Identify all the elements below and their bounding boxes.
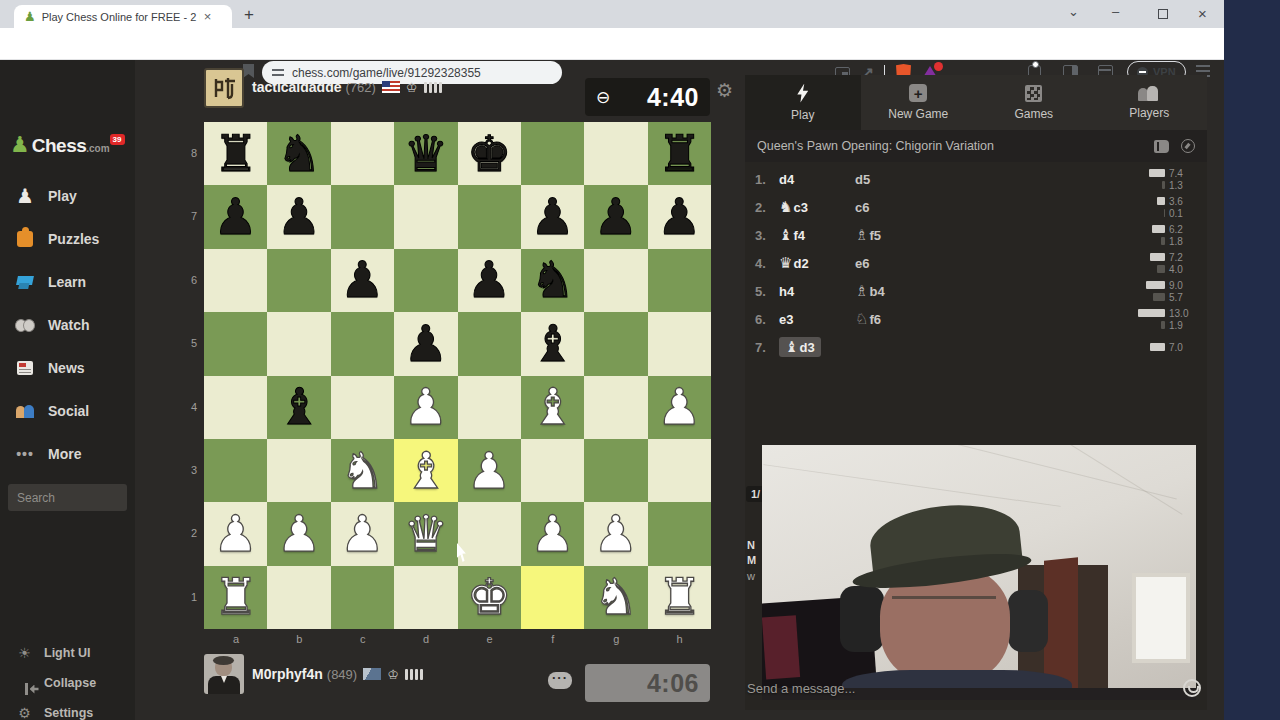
black-pawn[interactable]: ♟ <box>594 192 639 242</box>
watch-icon <box>14 314 36 336</box>
sidebar-item-puzzles[interactable]: Puzzles <box>0 219 135 259</box>
opening-row: Queen's Pawn Opening: Chigorin Variation <box>745 130 1207 162</box>
opponent-info: tacticaldadde (762) ♔ <box>252 79 442 95</box>
square-b8[interactable]: ♞ <box>267 122 330 185</box>
white-bishop[interactable]: ♝ <box>403 446 448 496</box>
square-b6[interactable] <box>267 249 330 312</box>
url-text: chess.com/game/live/91292328355 <box>292 66 481 80</box>
browser-toolbar: ↻ ⌂ chess.com/game/live/91292328355 ↗ VP… <box>0 28 1224 60</box>
screen: ♟ Play Chess Online for FREE - 2 Pl × + … <box>0 0 1280 720</box>
square-e2[interactable] <box>458 502 521 565</box>
square-f4[interactable]: ♝ <box>521 376 584 439</box>
square-c8[interactable] <box>331 122 394 185</box>
black-pawn[interactable]: ♟ <box>277 192 322 242</box>
file-label-d: d <box>420 633 432 645</box>
sidebar-item-watch[interactable]: Watch <box>0 305 135 345</box>
square-e1[interactable]: ♚ <box>458 566 521 629</box>
white-bishop[interactable]: ♝ <box>530 382 575 432</box>
square-d7[interactable] <box>394 185 457 248</box>
morphy-portrait-icon <box>204 654 244 694</box>
membership-crown-icon: ♔ <box>387 667 399 682</box>
black-move[interactable]: ♘f6 <box>855 310 931 328</box>
black-pawn[interactable]: ♟ <box>213 192 258 242</box>
square-g3[interactable] <box>584 439 647 502</box>
rank-label-1: 1 <box>188 591 200 603</box>
white-move[interactable]: ♞c3 <box>779 198 855 216</box>
white-pawn[interactable]: ♟ <box>340 509 385 559</box>
sidebar: ♟ Chess .com 39 ♟PlayPuzzlesLearnWatchNe… <box>0 60 135 720</box>
white-move[interactable]: d4 <box>779 172 855 187</box>
square-c1[interactable] <box>331 566 394 629</box>
black-rook[interactable]: ♜ <box>657 129 702 179</box>
black-move[interactable]: d5 <box>855 172 931 187</box>
player-clock-time: 4:06 <box>647 669 699 698</box>
chat-message-input[interactable]: Send a message... <box>747 681 855 696</box>
opening-name: Queen's Pawn Opening: Chigorin Variation <box>757 139 1154 153</box>
square-f2[interactable]: ♟ <box>521 502 584 565</box>
file-label-e: e <box>484 633 496 645</box>
black-move[interactable]: c6 <box>855 200 931 215</box>
white-pawn[interactable]: ♟ <box>657 382 702 432</box>
move-row: 4.♛d2e67.24.0 <box>745 249 1207 277</box>
rank-label-4: 4 <box>188 401 200 413</box>
square-g5[interactable] <box>584 312 647 375</box>
black-pawn[interactable]: ♟ <box>657 192 702 242</box>
rank-label-2: 2 <box>188 527 200 539</box>
square-d5[interactable]: ♟ <box>394 312 457 375</box>
site-settings-icon[interactable] <box>272 68 284 78</box>
rank-label-3: 3 <box>188 464 200 476</box>
logo-text: Chess <box>32 135 87 157</box>
square-c3[interactable]: ♞ <box>331 439 394 502</box>
square-c5[interactable] <box>331 312 394 375</box>
more-icon: ••• <box>14 443 36 465</box>
black-queen[interactable]: ♛ <box>403 129 448 179</box>
square-c6[interactable]: ♟ <box>331 249 394 312</box>
sidebar-item-learn[interactable]: Learn <box>0 262 135 302</box>
tab-games[interactable]: Games <box>976 75 1092 130</box>
square-h4[interactable]: ♟ <box>648 376 711 439</box>
square-b4[interactable]: ♝ <box>267 376 330 439</box>
move-row: 3.♝f4♗f56.21.8 <box>745 221 1207 249</box>
white-move[interactable]: ♝d3 <box>779 337 855 357</box>
white-king[interactable]: ♚ <box>467 572 512 622</box>
search-input[interactable] <box>8 484 127 511</box>
opponent-rating: (762) <box>345 80 375 95</box>
square-h5[interactable] <box>648 312 711 375</box>
black-bishop[interactable]: ♝ <box>530 319 575 369</box>
square-a4[interactable] <box>204 376 267 439</box>
footer-item-light-ui[interactable]: ☀Light UI <box>0 638 135 668</box>
clock-timer-icon: ⊖ <box>596 87 610 108</box>
window-minimize-button[interactable]: – <box>1112 4 1119 19</box>
black-knight[interactable]: ♞ <box>530 255 575 305</box>
opponent-clock-time: 4:40 <box>647 83 699 112</box>
move-row: 7.♝d37.0 <box>745 333 1207 361</box>
rank-label-6: 6 <box>188 274 200 286</box>
player-flag-icon <box>363 668 381 680</box>
square-d1[interactable] <box>394 566 457 629</box>
window-restore-button[interactable] <box>1158 9 1168 19</box>
chat-fragment: N <box>747 539 755 551</box>
connection-bars-icon <box>405 669 423 680</box>
square-e7[interactable] <box>458 185 521 248</box>
square-a6[interactable] <box>204 249 267 312</box>
move-number: 5. <box>755 284 779 299</box>
square-c2[interactable]: ♟ <box>331 502 394 565</box>
white-rook[interactable]: ♜ <box>657 572 702 622</box>
square-h2[interactable] <box>648 502 711 565</box>
puzzles-icon <box>14 228 36 250</box>
white-pawn[interactable]: ♟ <box>213 509 258 559</box>
player-avatar[interactable] <box>204 654 244 694</box>
move-number: 7. <box>755 340 779 355</box>
windows-taskbar: < 10:34 AM 10/17/2023 <box>1224 0 1280 720</box>
square-a8[interactable]: ♜ <box>204 122 267 185</box>
plus-icon: + <box>909 84 927 102</box>
us-flag-icon <box>382 81 400 93</box>
move-number: 6. <box>755 312 779 327</box>
black-bishop[interactable]: ♝ <box>277 382 322 432</box>
black-rook[interactable]: ♜ <box>213 129 258 179</box>
sidebar-item-more[interactable]: •••More <box>0 434 135 474</box>
opponent-avatar[interactable] <box>204 68 244 108</box>
white-pawn[interactable]: ♟ <box>403 382 448 432</box>
square-f5[interactable]: ♝ <box>521 312 584 375</box>
player-info: M0rphyf4n (849) ♔ <box>252 666 423 682</box>
move-times: 6.21.8 <box>1152 224 1193 247</box>
white-pawn[interactable]: ♟ <box>277 509 322 559</box>
new-tab-button[interactable]: + <box>244 5 254 25</box>
players-icon <box>1138 85 1160 101</box>
player-clock: 4:06 <box>585 664 710 702</box>
move-number: 1. <box>755 172 779 187</box>
square-f7[interactable]: ♟ <box>521 185 584 248</box>
square-h6[interactable] <box>648 249 711 312</box>
black-king[interactable]: ♚ <box>467 129 512 179</box>
play-icon: ♟ <box>14 185 36 207</box>
webcam-video <box>762 445 1196 700</box>
square-g7[interactable]: ♟ <box>584 185 647 248</box>
black-pawn[interactable]: ♟ <box>467 255 512 305</box>
move-row: 1.d4d57.41.3 <box>745 165 1207 193</box>
square-g8[interactable] <box>584 122 647 185</box>
board-grid-icon <box>1025 85 1042 102</box>
opponent-name[interactable]: tacticaldadde <box>252 79 341 95</box>
square-a7[interactable]: ♟ <box>204 185 267 248</box>
file-label-f: f <box>547 633 559 645</box>
square-b5[interactable] <box>267 312 330 375</box>
chesscom-favicon-pawn-icon: ♟ <box>24 9 36 24</box>
move-number: 4. <box>755 256 779 271</box>
rank-label-5: 5 <box>188 337 200 349</box>
square-e5[interactable] <box>458 312 521 375</box>
square-d6[interactable] <box>394 249 457 312</box>
headphone-left <box>840 586 884 652</box>
square-g1[interactable]: ♞ <box>584 566 647 629</box>
black-pawn[interactable]: ♟ <box>530 192 575 242</box>
move-row: 2.♞c3c63.60.1 <box>745 193 1207 221</box>
square-g4[interactable] <box>584 376 647 439</box>
board-settings-gear-icon[interactable]: ⚙ <box>716 79 733 102</box>
move-row: 6.e3♘f613.01.9 <box>745 305 1207 333</box>
file-label-h: h <box>674 633 686 645</box>
square-h8[interactable]: ♜ <box>648 122 711 185</box>
chesscom-logo[interactable]: ♟ Chess .com 39 <box>10 132 125 158</box>
tab-new-game[interactable]: + New Game <box>861 75 977 130</box>
headphone-right <box>1008 590 1048 652</box>
white-move[interactable]: e3 <box>779 312 855 327</box>
opening-book-icon[interactable] <box>1154 140 1169 153</box>
connection-bars-icon <box>424 82 442 93</box>
square-h3[interactable] <box>648 439 711 502</box>
white-rook[interactable]: ♜ <box>213 572 258 622</box>
move-row: 5.h4♗b49.05.7 <box>745 277 1207 305</box>
square-a5[interactable] <box>204 312 267 375</box>
sidebar-item-news[interactable]: News <box>0 348 135 388</box>
file-label-g: g <box>610 633 622 645</box>
emoji-smiley-icon[interactable] <box>1183 679 1201 697</box>
white-move[interactable]: ♛d2 <box>779 254 855 272</box>
square-f8[interactable] <box>521 122 584 185</box>
move-times: 3.60.1 <box>1157 196 1193 219</box>
square-e8[interactable]: ♚ <box>458 122 521 185</box>
white-pawn[interactable]: ♟ <box>467 446 512 496</box>
tab-players[interactable]: Players <box>1092 75 1208 130</box>
black-pawn[interactable]: ♟ <box>340 255 385 305</box>
window-close-button[interactable]: × <box>1198 5 1207 22</box>
bookmark-icon[interactable] <box>243 64 254 78</box>
file-label-b: b <box>293 633 305 645</box>
square-h7[interactable]: ♟ <box>648 185 711 248</box>
tab-play[interactable]: Play <box>745 75 861 130</box>
social-icon <box>14 400 36 422</box>
white-move[interactable]: ♝f4 <box>779 226 855 244</box>
black-knight[interactable]: ♞ <box>277 129 322 179</box>
light-ui-icon: ☀ <box>16 645 33 661</box>
square-g6[interactable] <box>584 249 647 312</box>
square-b2[interactable]: ♟ <box>267 502 330 565</box>
move-times: 7.24.0 <box>1150 252 1193 275</box>
xiangqi-piece-avatar-icon <box>206 70 242 106</box>
player-name[interactable]: M0rphyf4n <box>252 666 323 682</box>
window <box>1132 573 1190 663</box>
square-b1[interactable] <box>267 566 330 629</box>
tab-close-icon[interactable]: × <box>204 9 212 24</box>
membership-crown-icon: ♔ <box>406 80 418 95</box>
square-a1[interactable]: ♜ <box>204 566 267 629</box>
square-d2[interactable]: ♛ <box>394 502 457 565</box>
move-times: 9.05.7 <box>1146 280 1193 303</box>
footer-item-settings[interactable]: ⚙Settings <box>0 698 135 720</box>
move-list: 1.d4d57.41.32.♞c3c63.60.13.♝f4♗f56.21.84… <box>745 165 1207 361</box>
footer-item-collapse[interactable]: Collapse <box>0 668 135 698</box>
lightning-icon <box>796 84 809 103</box>
learn-icon <box>14 271 36 293</box>
move-times: 13.01.9 <box>1138 308 1193 331</box>
notification-badge: 39 <box>110 134 125 145</box>
white-queen[interactable]: ♛ <box>403 509 448 559</box>
square-h1[interactable]: ♜ <box>648 566 711 629</box>
square-e6[interactable]: ♟ <box>458 249 521 312</box>
square-a3[interactable] <box>204 439 267 502</box>
file-label-c: c <box>357 633 369 645</box>
rank-label-7: 7 <box>188 210 200 222</box>
settings-icon: ⚙ <box>16 705 33 720</box>
person <box>822 500 1062 700</box>
tab-title: Play Chess Online for FREE - 2 Pl <box>42 11 200 23</box>
square-d8[interactable]: ♛ <box>394 122 457 185</box>
explorer-compass-icon[interactable] <box>1181 139 1195 153</box>
square-a2[interactable]: ♟ <box>204 502 267 565</box>
white-move[interactable]: h4 <box>779 284 855 299</box>
white-pawn[interactable]: ♟ <box>530 509 575 559</box>
square-b3[interactable] <box>267 439 330 502</box>
white-knight[interactable]: ♞ <box>340 446 385 496</box>
move-number: 3. <box>755 228 779 243</box>
white-pawn[interactable]: ♟ <box>594 509 639 559</box>
chat-fragment: w <box>747 570 755 582</box>
black-move[interactable]: ♗f5 <box>855 226 931 244</box>
news-icon <box>14 357 36 379</box>
rewards-badge <box>934 62 943 71</box>
square-f6[interactable]: ♞ <box>521 249 584 312</box>
square-e4[interactable] <box>458 376 521 439</box>
square-g2[interactable]: ♟ <box>584 502 647 565</box>
opponent-clock: ⊖ 4:40 <box>585 78 710 116</box>
player-rating: (849) <box>327 667 357 682</box>
black-pawn[interactable]: ♟ <box>403 319 448 369</box>
white-knight[interactable]: ♞ <box>594 572 639 622</box>
window-chevron-icon[interactable]: ⌄ <box>1068 4 1079 19</box>
black-move[interactable]: ♗b4 <box>855 282 931 300</box>
glasses <box>892 596 996 616</box>
black-move[interactable]: e6 <box>855 256 931 271</box>
sidebar-item-social[interactable]: Social <box>0 391 135 431</box>
square-d3[interactable]: ♝ <box>394 439 457 502</box>
square-d4[interactable]: ♟ <box>394 376 457 439</box>
square-c7[interactable] <box>331 185 394 248</box>
file-label-a: a <box>230 633 242 645</box>
move-times: 7.41.3 <box>1149 168 1193 191</box>
sidebar-item-play[interactable]: ♟Play <box>0 176 135 216</box>
chat-fragment: M <box>747 554 756 566</box>
browser-tab[interactable]: ♟ Play Chess Online for FREE - 2 Pl × <box>14 5 232 28</box>
square-b7[interactable]: ♟ <box>267 185 330 248</box>
square-c4[interactable] <box>331 376 394 439</box>
square-f3[interactable] <box>521 439 584 502</box>
square-e3[interactable]: ♟ <box>458 439 521 502</box>
rank-label-8: 8 <box>188 147 200 159</box>
move-times: 7.0 <box>1150 342 1193 353</box>
move-number: 2. <box>755 200 779 215</box>
square-f1[interactable] <box>521 566 584 629</box>
logo-pawn-icon: ♟ <box>10 132 30 158</box>
panel-tabs: Play + New Game Games Players <box>745 75 1207 130</box>
logo-suffix: .com <box>86 143 109 154</box>
browser-tabstrip: ♟ Play Chess Online for FREE - 2 Pl × + … <box>0 0 1224 28</box>
chat-bubble-icon[interactable] <box>548 672 572 689</box>
